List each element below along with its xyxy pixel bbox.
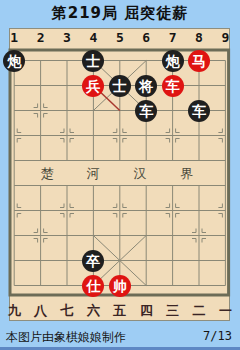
file-label-top-8: 8 — [186, 30, 212, 45]
piece-black-车[interactable]: 车 — [188, 100, 210, 122]
piece-red-兵[interactable]: 兵 — [82, 75, 104, 97]
xiangqi-board: 炮士炮马兵士将车车车卒仕帅 — [1, 48, 239, 298]
file-label-top-3: 3 — [54, 30, 80, 45]
piece-black-卒[interactable]: 卒 — [82, 250, 104, 272]
footer-credit: 本图片由象棋娘娘制作 — [6, 329, 126, 346]
file-label-bottom-6: 四 — [133, 302, 159, 320]
piece-red-马[interactable]: 马 — [188, 50, 210, 72]
footer-page-indicator: 7/13 — [203, 329, 232, 343]
file-label-top-7: 7 — [160, 30, 186, 45]
file-label-bottom-7: 三 — [160, 302, 186, 320]
file-label-top-1: 1 — [1, 30, 27, 45]
file-label-top-4: 4 — [80, 30, 106, 45]
piece-black-将[interactable]: 将 — [135, 75, 157, 97]
file-label-top-5: 5 — [107, 30, 133, 45]
file-label-bottom-1: 九 — [1, 302, 27, 320]
file-label-bottom-5: 五 — [107, 302, 133, 320]
piece-black-车[interactable]: 车 — [135, 100, 157, 122]
file-label-top-6: 6 — [133, 30, 159, 45]
piece-black-炮[interactable]: 炮 — [162, 50, 184, 72]
piece-red-车[interactable]: 车 — [162, 75, 184, 97]
file-label-top-9: 9 — [212, 30, 238, 45]
file-label-bottom-4: 六 — [80, 302, 106, 320]
piece-black-士[interactable]: 士 — [109, 75, 131, 97]
file-label-bottom-3: 七 — [54, 302, 80, 320]
file-label-bottom-8: 二 — [186, 302, 212, 320]
piece-red-帅[interactable]: 帅 — [109, 275, 131, 297]
file-label-bottom-9: 一 — [212, 302, 238, 320]
file-label-top-2: 2 — [28, 30, 54, 45]
piece-black-炮[interactable]: 炮 — [3, 50, 25, 72]
piece-black-士[interactable]: 士 — [82, 50, 104, 72]
piece-red-仕[interactable]: 仕 — [82, 275, 104, 297]
file-label-bottom-2: 八 — [28, 302, 54, 320]
